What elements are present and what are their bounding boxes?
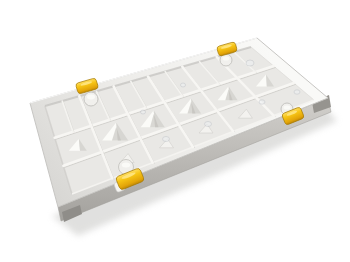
tray-photo [0, 0, 350, 262]
photo-canvas [0, 0, 350, 262]
